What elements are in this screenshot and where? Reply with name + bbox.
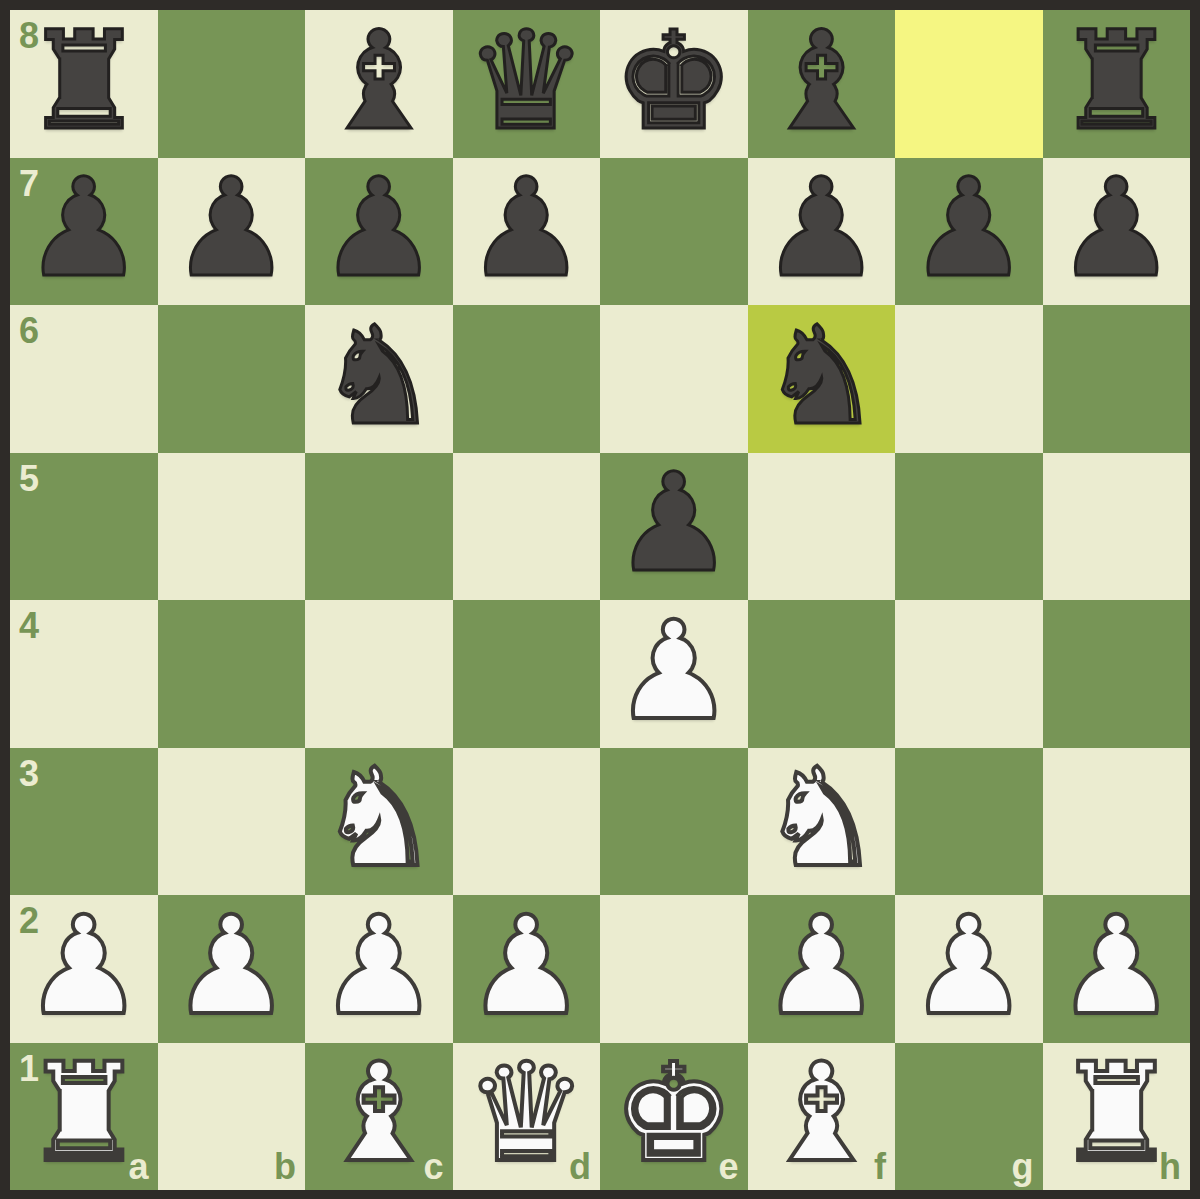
black-pawn-e5[interactable]: ♟ [600, 453, 748, 601]
square-f8[interactable]: ♝ [748, 10, 896, 158]
square-e5[interactable]: ♟ [600, 453, 748, 601]
square-a3[interactable]: 3 [10, 748, 158, 896]
black-rook-a8[interactable]: ♜ [10, 10, 158, 158]
square-a7[interactable]: 7♟ [10, 158, 158, 306]
white-pawn-c2[interactable]: ♟ [305, 895, 453, 1043]
square-d8[interactable]: ♛ [453, 10, 601, 158]
square-g7[interactable]: ♟ [895, 158, 1043, 306]
black-pawn-c7[interactable]: ♟ [305, 158, 453, 306]
square-h8[interactable]: ♜ [1043, 10, 1191, 158]
square-h4[interactable] [1043, 600, 1191, 748]
square-b6[interactable] [158, 305, 306, 453]
square-f7[interactable]: ♟ [748, 158, 896, 306]
square-f1[interactable]: f♝ [748, 1043, 896, 1191]
square-b5[interactable] [158, 453, 306, 601]
square-b1[interactable]: b [158, 1043, 306, 1191]
square-a6[interactable]: 6 [10, 305, 158, 453]
square-d5[interactable] [453, 453, 601, 601]
square-a1[interactable]: 1a♜ [10, 1043, 158, 1191]
square-e4[interactable]: ♟ [600, 600, 748, 748]
square-f3[interactable]: ♞ [748, 748, 896, 896]
square-g1[interactable]: g [895, 1043, 1043, 1191]
black-queen-d8[interactable]: ♛ [453, 10, 601, 158]
rank-label-3: 3 [19, 756, 39, 792]
square-d4[interactable] [453, 600, 601, 748]
white-bishop-f1[interactable]: ♝ [748, 1043, 896, 1191]
black-king-e8[interactable]: ♚ [600, 10, 748, 158]
square-c2[interactable]: ♟ [305, 895, 453, 1043]
square-f6[interactable]: ♞ [748, 305, 896, 453]
square-d1[interactable]: d♛ [453, 1043, 601, 1191]
square-a2[interactable]: 2♟ [10, 895, 158, 1043]
square-e6[interactable] [600, 305, 748, 453]
black-knight-c6[interactable]: ♞ [305, 305, 453, 453]
square-d6[interactable] [453, 305, 601, 453]
square-h3[interactable] [1043, 748, 1191, 896]
square-e1[interactable]: e♚ [600, 1043, 748, 1191]
square-b2[interactable]: ♟ [158, 895, 306, 1043]
black-pawn-f7[interactable]: ♟ [748, 158, 896, 306]
square-d3[interactable] [453, 748, 601, 896]
square-h5[interactable] [1043, 453, 1191, 601]
square-g5[interactable] [895, 453, 1043, 601]
white-pawn-a2[interactable]: ♟ [10, 895, 158, 1043]
white-queen-d1[interactable]: ♛ [453, 1043, 601, 1191]
file-label-b: b [274, 1149, 296, 1185]
square-b7[interactable]: ♟ [158, 158, 306, 306]
square-a4[interactable]: 4 [10, 600, 158, 748]
square-b8[interactable] [158, 10, 306, 158]
square-c3[interactable]: ♞ [305, 748, 453, 896]
black-bishop-c8[interactable]: ♝ [305, 10, 453, 158]
square-f5[interactable] [748, 453, 896, 601]
square-c1[interactable]: c♝ [305, 1043, 453, 1191]
square-f4[interactable] [748, 600, 896, 748]
square-h2[interactable]: ♟ [1043, 895, 1191, 1043]
white-rook-a1[interactable]: ♜ [10, 1043, 158, 1191]
square-h1[interactable]: h♜ [1043, 1043, 1191, 1191]
white-pawn-h2[interactable]: ♟ [1043, 895, 1191, 1043]
square-c7[interactable]: ♟ [305, 158, 453, 306]
white-pawn-f2[interactable]: ♟ [748, 895, 896, 1043]
rank-label-6: 6 [19, 313, 39, 349]
square-g6[interactable] [895, 305, 1043, 453]
square-e2[interactable] [600, 895, 748, 1043]
square-b4[interactable] [158, 600, 306, 748]
square-d7[interactable]: ♟ [453, 158, 601, 306]
square-e3[interactable] [600, 748, 748, 896]
square-d2[interactable]: ♟ [453, 895, 601, 1043]
black-bishop-f8[interactable]: ♝ [748, 10, 896, 158]
square-g8[interactable] [895, 10, 1043, 158]
white-pawn-b2[interactable]: ♟ [158, 895, 306, 1043]
white-bishop-c1[interactable]: ♝ [305, 1043, 453, 1191]
white-knight-f3[interactable]: ♞ [748, 748, 896, 896]
black-pawn-b7[interactable]: ♟ [158, 158, 306, 306]
black-pawn-d7[interactable]: ♟ [453, 158, 601, 306]
chess-board: 8♜♝♛♚♝♜7♟♟♟♟♟♟♟6♞♞5♟4♟3♞♞2♟♟♟♟♟♟♟1a♜bc♝d… [0, 0, 1200, 1199]
square-c6[interactable]: ♞ [305, 305, 453, 453]
board-squares: 8♜♝♛♚♝♜7♟♟♟♟♟♟♟6♞♞5♟4♟3♞♞2♟♟♟♟♟♟♟1a♜bc♝d… [10, 10, 1190, 1190]
square-b3[interactable] [158, 748, 306, 896]
square-a8[interactable]: 8♜ [10, 10, 158, 158]
white-knight-c3[interactable]: ♞ [305, 748, 453, 896]
rank-label-4: 4 [19, 608, 39, 644]
square-g3[interactable] [895, 748, 1043, 896]
file-label-g: g [1012, 1149, 1034, 1185]
square-h6[interactable] [1043, 305, 1191, 453]
square-c8[interactable]: ♝ [305, 10, 453, 158]
square-e7[interactable] [600, 158, 748, 306]
white-rook-h1[interactable]: ♜ [1043, 1043, 1191, 1191]
square-c5[interactable] [305, 453, 453, 601]
black-pawn-a7[interactable]: ♟ [10, 158, 158, 306]
white-pawn-g2[interactable]: ♟ [895, 895, 1043, 1043]
rank-label-5: 5 [19, 461, 39, 497]
black-pawn-h7[interactable]: ♟ [1043, 158, 1191, 306]
white-king-e1[interactable]: ♚ [600, 1043, 748, 1191]
square-f2[interactable]: ♟ [748, 895, 896, 1043]
square-g4[interactable] [895, 600, 1043, 748]
square-g2[interactable]: ♟ [895, 895, 1043, 1043]
square-h7[interactable]: ♟ [1043, 158, 1191, 306]
square-a5[interactable]: 5 [10, 453, 158, 601]
black-pawn-g7[interactable]: ♟ [895, 158, 1043, 306]
white-pawn-d2[interactable]: ♟ [453, 895, 601, 1043]
black-knight-f6[interactable]: ♞ [748, 305, 896, 453]
square-c4[interactable] [305, 600, 453, 748]
black-rook-h8[interactable]: ♜ [1043, 10, 1191, 158]
white-pawn-e4[interactable]: ♟ [600, 600, 748, 748]
square-e8[interactable]: ♚ [600, 10, 748, 158]
